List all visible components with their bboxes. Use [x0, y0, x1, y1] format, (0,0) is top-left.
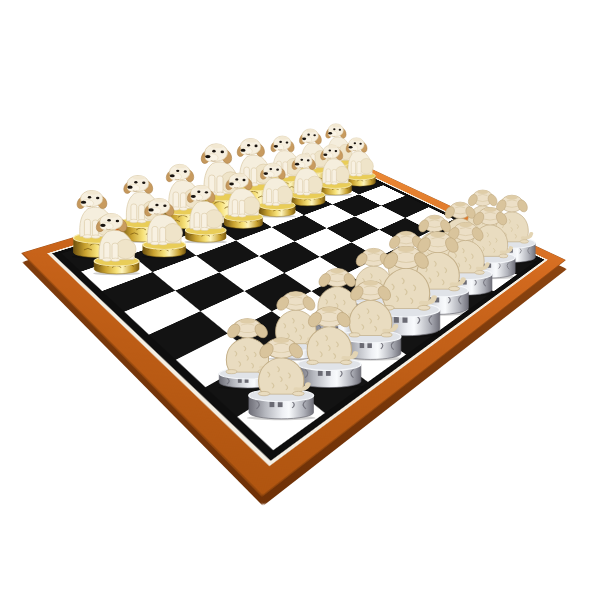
piece-gold-pawn-h2[interactable]	[86, 210, 147, 276]
piece-silver-rook-h8[interactable]	[240, 334, 322, 421]
scene: Novelty dog-puppy chess set at the start…	[0, 0, 600, 600]
